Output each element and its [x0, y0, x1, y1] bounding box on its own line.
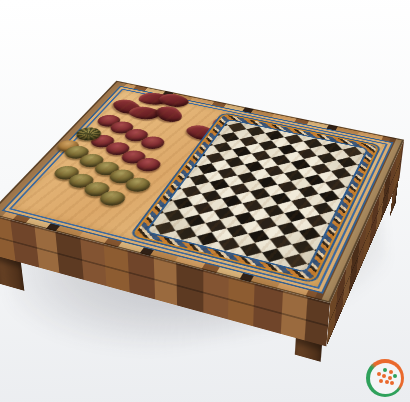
dalle-logo-dots: [377, 372, 381, 376]
board-cell[interactable]: [291, 197, 312, 209]
board-cell[interactable]: [312, 202, 333, 214]
board-cell[interactable]: [163, 209, 184, 221]
dalle-logo-icon: [366, 359, 404, 397]
board-cell[interactable]: [181, 185, 201, 197]
board-cell[interactable]: [302, 122, 321, 132]
board-cell[interactable]: [319, 211, 341, 224]
board-cell[interactable]: [311, 182, 332, 194]
board-cell[interactable]: [178, 206, 199, 218]
board-cell[interactable]: [284, 119, 303, 128]
board-cell[interactable]: [360, 133, 369, 143]
board-cell[interactable]: [335, 229, 357, 242]
board-cell[interactable]: [169, 218, 190, 231]
board-cell[interactable]: [201, 190, 221, 202]
board-cell[interactable]: [321, 125, 340, 135]
board-cell[interactable]: [270, 213, 291, 226]
board-cell[interactable]: [364, 169, 369, 180]
board-cell[interactable]: [193, 202, 214, 214]
board-cell[interactable]: [228, 203, 249, 215]
board-cell[interactable]: [224, 247, 246, 261]
board-cell[interactable]: [284, 254, 307, 268]
scene: [0, 0, 410, 402]
board-cell[interactable]: [291, 218, 313, 231]
board-cell[interactable]: [158, 201, 178, 213]
board-cell[interactable]: [233, 234, 255, 247]
board-cell[interactable]: [144, 239, 150, 253]
board-cell[interactable]: [297, 186, 318, 198]
board-cell[interactable]: [318, 190, 339, 202]
board-cell[interactable]: [187, 194, 207, 206]
board-cell[interactable]: [213, 207, 234, 219]
board-cell[interactable]: [257, 176, 277, 187]
board-cell[interactable]: [328, 242, 351, 256]
board-cell[interactable]: [291, 178, 312, 189]
board-cell[interactable]: [190, 223, 211, 236]
board-cell[interactable]: [339, 119, 358, 123]
board-cell[interactable]: [175, 177, 195, 188]
board-cell[interactable]: [154, 222, 175, 235]
checkers-board: [0, 81, 404, 303]
board-cell[interactable]: [291, 264, 314, 274]
board-cell[interactable]: [261, 248, 283, 262]
board-cell[interactable]: [263, 205, 284, 217]
board-cell[interactable]: [211, 228, 232, 241]
board-cell[interactable]: [341, 216, 363, 229]
board-cell[interactable]: [345, 183, 366, 195]
board-cell[interactable]: [145, 235, 166, 248]
board-cell[interactable]: [320, 232, 342, 245]
board-cell[interactable]: [334, 123, 353, 133]
board-cell[interactable]: [199, 211, 220, 224]
board-cell[interactable]: [247, 119, 265, 120]
board-cell[interactable]: [263, 184, 284, 196]
board-cell[interactable]: [314, 269, 337, 273]
board-cell[interactable]: [243, 180, 263, 192]
board-cell[interactable]: [327, 220, 349, 233]
board-cell[interactable]: [304, 174, 325, 185]
board-cell[interactable]: [346, 120, 365, 130]
board-cell[interactable]: [160, 231, 181, 244]
board-cell[interactable]: [161, 181, 181, 193]
board-cell[interactable]: [276, 268, 299, 273]
board-cell[interactable]: [254, 239, 276, 253]
board-cell[interactable]: [144, 204, 163, 216]
board-cell[interactable]: [341, 129, 360, 139]
board-cell[interactable]: [223, 175, 243, 186]
board-cell[interactable]: [305, 194, 326, 206]
board-cell[interactable]: [291, 240, 313, 254]
board-cell[interactable]: [253, 262, 276, 273]
board-cell[interactable]: [144, 217, 154, 230]
board-cell[interactable]: [235, 191, 256, 203]
board-cell[interactable]: [324, 179, 345, 190]
board-cell[interactable]: [333, 207, 355, 219]
board-cell[interactable]: [321, 255, 344, 269]
board-cell[interactable]: [313, 223, 335, 236]
board-cell[interactable]: [187, 245, 209, 259]
board-cell[interactable]: [353, 192, 369, 204]
board-cell[interactable]: [144, 226, 160, 239]
board-cell[interactable]: [308, 119, 327, 122]
board-cell[interactable]: [144, 208, 148, 220]
board-cell[interactable]: [203, 241, 225, 255]
board-near-foot: [295, 338, 322, 362]
board-cell[interactable]: [351, 172, 369, 183]
board-cell[interactable]: [221, 195, 242, 207]
dalle-logo-ring: [366, 359, 404, 397]
board-cell[interactable]: [229, 183, 249, 195]
board-cell[interactable]: [361, 200, 369, 212]
board-cell[interactable]: [338, 176, 359, 187]
board-cell[interactable]: [248, 208, 269, 220]
board-cell[interactable]: [209, 179, 229, 190]
board-cell[interactable]: [305, 215, 327, 228]
board-cell[interactable]: [315, 119, 334, 129]
board-cell[interactable]: [195, 182, 215, 194]
board-cell[interactable]: [246, 252, 268, 266]
board-cell[interactable]: [299, 250, 322, 264]
board-cell[interactable]: [231, 257, 253, 271]
board-cell[interactable]: [306, 259, 329, 273]
board-cell[interactable]: [332, 187, 353, 199]
board-cell[interactable]: [239, 243, 261, 257]
board-cell[interactable]: [284, 210, 305, 223]
board-cell[interactable]: [269, 258, 292, 272]
photo-canvas: [0, 0, 410, 402]
board-cell[interactable]: [247, 230, 269, 243]
board-cell[interactable]: [215, 187, 235, 199]
board-cell[interactable]: [194, 255, 216, 269]
board-cell[interactable]: [277, 201, 298, 213]
board-cell[interactable]: [189, 174, 209, 185]
board-cell[interactable]: [226, 224, 247, 237]
board-cell[interactable]: [205, 219, 226, 232]
piece-olive[interactable]: [96, 189, 129, 208]
board-cell[interactable]: [327, 119, 346, 126]
board-cell[interactable]: [149, 213, 170, 226]
board-cell[interactable]: [265, 119, 284, 124]
board-cell[interactable]: [314, 246, 337, 260]
board-cell[interactable]: [223, 271, 246, 274]
piece-olive[interactable]: [80, 180, 113, 198]
board-right-foot: [390, 181, 398, 217]
board-cell[interactable]: [255, 217, 276, 230]
board-cell[interactable]: [144, 180, 146, 192]
board-cell[interactable]: [167, 189, 187, 201]
board-cell[interactable]: [147, 184, 167, 196]
board-cell[interactable]: [261, 272, 284, 273]
board-cell[interactable]: [269, 235, 291, 248]
board-cell[interactable]: [278, 119, 297, 121]
piece-olive[interactable]: [50, 164, 83, 182]
board-cell[interactable]: [270, 193, 291, 205]
board-cell[interactable]: [298, 227, 320, 240]
board-cell[interactable]: [339, 195, 360, 207]
board-cell[interactable]: [276, 244, 298, 258]
board-cell[interactable]: [234, 212, 255, 225]
board-cell[interactable]: [277, 181, 298, 193]
board-cell[interactable]: [150, 244, 171, 258]
board-cell[interactable]: [166, 240, 187, 254]
board-cell[interactable]: [298, 206, 319, 218]
piece-chunk[interactable]: [152, 104, 186, 124]
board-cell[interactable]: [256, 196, 277, 208]
board-cell[interactable]: [172, 197, 192, 209]
board-cell[interactable]: [152, 192, 172, 204]
board-cell[interactable]: [216, 261, 238, 274]
board-cell[interactable]: [347, 204, 369, 216]
board-cell[interactable]: [175, 227, 196, 240]
board-cell[interactable]: [284, 231, 306, 244]
board-left-foot: [0, 256, 24, 291]
board-cell[interactable]: [306, 236, 328, 249]
board-cell[interactable]: [326, 199, 347, 211]
board-cell[interactable]: [241, 221, 262, 234]
board-cell[interactable]: [196, 232, 217, 245]
piece-olive[interactable]: [122, 176, 154, 194]
board-cell[interactable]: [172, 249, 194, 263]
board-cell[interactable]: [296, 119, 315, 125]
board-cell[interactable]: [366, 188, 369, 200]
board-cell[interactable]: [238, 266, 261, 273]
board-cell[interactable]: [367, 140, 369, 150]
board-cell[interactable]: [144, 196, 157, 208]
board-cell[interactable]: [184, 214, 205, 227]
board-cell[interactable]: [144, 176, 161, 187]
board-cell[interactable]: [209, 251, 231, 265]
board-cell[interactable]: [181, 236, 202, 249]
board-cell[interactable]: [218, 237, 240, 250]
board-cell[interactable]: [353, 126, 369, 136]
board-cell[interactable]: [207, 198, 228, 210]
board-cell[interactable]: [144, 188, 152, 200]
board-cell[interactable]: [249, 188, 270, 200]
board-cell[interactable]: [242, 200, 263, 212]
board-cell[interactable]: [220, 216, 241, 229]
board-cell[interactable]: [284, 189, 305, 201]
board-cell[interactable]: [262, 226, 284, 239]
board-cell[interactable]: [359, 180, 370, 192]
board-cell[interactable]: [277, 222, 299, 235]
